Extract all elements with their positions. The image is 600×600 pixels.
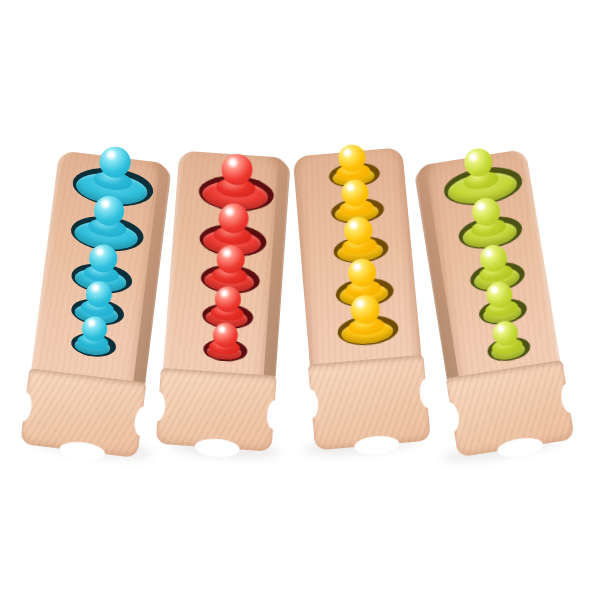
front-bottom-notch-blue [58,440,106,463]
front-bottom-notch-yellow [353,434,399,456]
front-right-notch-yellow [418,378,437,409]
front-left-notch-yellow [301,388,320,419]
block-front-face-blue [20,368,146,458]
cylinder-block-green [413,143,573,457]
front-left-notch-red [148,391,166,422]
front-right-notch-green [559,382,579,414]
cylinder-block-red [158,144,291,451]
front-bottom-notch-green [496,435,544,460]
product-photo-scene [0,0,600,600]
cylinder-block-yellow [291,142,429,451]
page: { "image_type": "product-photo", "game":… [0,0,600,600]
block-front-face-yellow [308,355,431,451]
block-front-face-red [156,368,277,452]
front-left-notch-blue [14,391,34,423]
front-right-notch-red [266,399,284,430]
front-left-notch-green [441,401,461,433]
